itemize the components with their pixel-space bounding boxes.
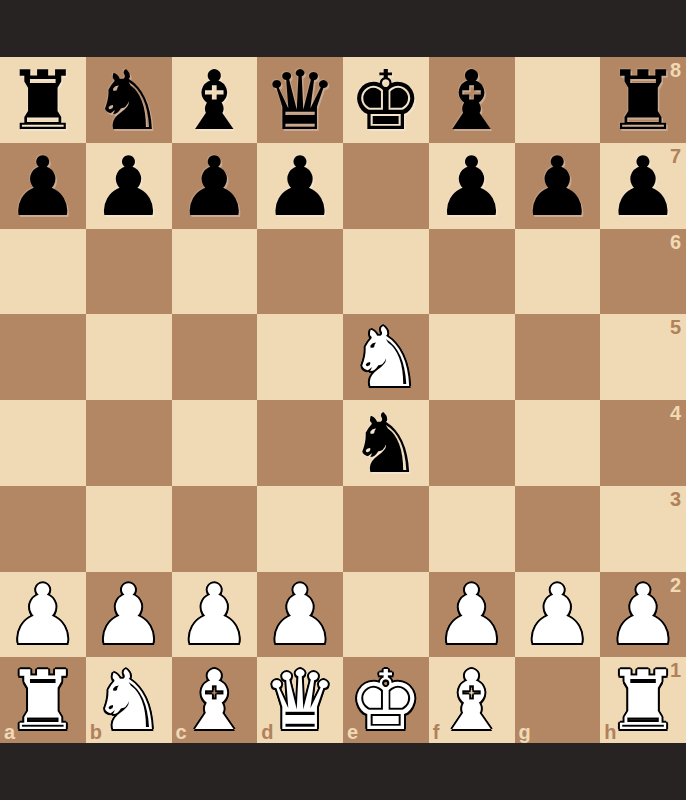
square-a6[interactable]	[0, 229, 86, 315]
square-g3[interactable]	[515, 486, 601, 572]
file-label-a: a	[4, 722, 15, 742]
square-f5[interactable]	[429, 314, 515, 400]
black-bishop-f8[interactable]: ♝	[435, 60, 509, 142]
square-f8[interactable]: ♝	[429, 57, 515, 143]
white-king-e1[interactable]: ♚	[349, 660, 423, 742]
square-a2[interactable]: ♟	[0, 572, 86, 658]
white-rook-a1[interactable]: ♜	[6, 660, 80, 742]
square-h1[interactable]: ♜1h	[600, 657, 686, 743]
white-bishop-c1[interactable]: ♝	[178, 660, 252, 742]
square-c2[interactable]: ♟	[172, 572, 258, 658]
square-e8[interactable]: ♚	[343, 57, 429, 143]
black-rook-h8[interactable]: ♜	[606, 60, 680, 142]
square-e7[interactable]	[343, 143, 429, 229]
square-d1[interactable]: ♛d	[257, 657, 343, 743]
square-c6[interactable]	[172, 229, 258, 315]
white-pawn-b2[interactable]: ♟	[92, 574, 166, 656]
square-h6[interactable]: 6	[600, 229, 686, 315]
square-d7[interactable]: ♟	[257, 143, 343, 229]
black-pawn-a7[interactable]: ♟	[6, 146, 80, 228]
square-d6[interactable]	[257, 229, 343, 315]
file-label-d: d	[261, 722, 273, 742]
square-h5[interactable]: 5	[600, 314, 686, 400]
black-king-e8[interactable]: ♚	[349, 60, 423, 142]
square-h8[interactable]: ♜8	[600, 57, 686, 143]
square-e4[interactable]: ♞	[343, 400, 429, 486]
file-label-e: e	[347, 722, 358, 742]
white-bishop-f1[interactable]: ♝	[435, 660, 509, 742]
chess-board[interactable]: ♜♞♝♛♚♝♜8♟♟♟♟♟♟♟76♞5♞43♟♟♟♟♟♟♟2♜a♞b♝c♛d♚e…	[0, 57, 686, 743]
black-pawn-g7[interactable]: ♟	[521, 146, 595, 228]
file-label-c: c	[176, 722, 187, 742]
square-g4[interactable]	[515, 400, 601, 486]
square-h7[interactable]: ♟7	[600, 143, 686, 229]
white-pawn-g2[interactable]: ♟	[521, 574, 595, 656]
square-g7[interactable]: ♟	[515, 143, 601, 229]
square-b1[interactable]: ♞b	[86, 657, 172, 743]
square-h3[interactable]: 3	[600, 486, 686, 572]
black-queen-d8[interactable]: ♛	[263, 60, 337, 142]
square-f1[interactable]: ♝f	[429, 657, 515, 743]
white-knight-b1[interactable]: ♞	[92, 660, 166, 742]
file-label-g: g	[519, 722, 531, 742]
square-b8[interactable]: ♞	[86, 57, 172, 143]
black-pawn-b7[interactable]: ♟	[92, 146, 166, 228]
square-c4[interactable]	[172, 400, 258, 486]
square-g5[interactable]	[515, 314, 601, 400]
square-c7[interactable]: ♟	[172, 143, 258, 229]
square-a7[interactable]: ♟	[0, 143, 86, 229]
file-label-f: f	[433, 722, 440, 742]
square-a3[interactable]	[0, 486, 86, 572]
square-b4[interactable]	[86, 400, 172, 486]
chess-app-window: { "game": "chess", "position": { "fen": …	[0, 0, 686, 800]
square-e5[interactable]: ♞	[343, 314, 429, 400]
square-e2[interactable]	[343, 572, 429, 658]
square-a1[interactable]: ♜a	[0, 657, 86, 743]
square-h4[interactable]: 4	[600, 400, 686, 486]
square-f2[interactable]: ♟	[429, 572, 515, 658]
square-c1[interactable]: ♝c	[172, 657, 258, 743]
square-e1[interactable]: ♚e	[343, 657, 429, 743]
square-g1[interactable]: g	[515, 657, 601, 743]
square-h2[interactable]: ♟2	[600, 572, 686, 658]
square-c8[interactable]: ♝	[172, 57, 258, 143]
square-g8[interactable]	[515, 57, 601, 143]
white-pawn-h2[interactable]: ♟	[606, 574, 680, 656]
square-b7[interactable]: ♟	[86, 143, 172, 229]
black-bishop-c8[interactable]: ♝	[178, 60, 252, 142]
rank-label-3: 3	[670, 489, 681, 509]
white-queen-d1[interactable]: ♛	[263, 660, 337, 742]
black-pawn-f7[interactable]: ♟	[435, 146, 509, 228]
square-g6[interactable]	[515, 229, 601, 315]
rank-label-7: 7	[670, 146, 681, 166]
white-pawn-a2[interactable]: ♟	[6, 574, 80, 656]
square-d4[interactable]	[257, 400, 343, 486]
square-g2[interactable]: ♟	[515, 572, 601, 658]
square-d8[interactable]: ♛	[257, 57, 343, 143]
rank-label-1: 1	[670, 660, 681, 680]
black-pawn-h7[interactable]: ♟	[606, 146, 680, 228]
white-pawn-c2[interactable]: ♟	[178, 574, 252, 656]
bottom-bar	[0, 743, 686, 800]
black-pawn-c7[interactable]: ♟	[178, 146, 252, 228]
square-f6[interactable]	[429, 229, 515, 315]
square-f3[interactable]	[429, 486, 515, 572]
black-knight-b8[interactable]: ♞	[92, 60, 166, 142]
white-knight-e5[interactable]: ♞	[349, 317, 423, 399]
square-d5[interactable]	[257, 314, 343, 400]
white-rook-h1[interactable]: ♜	[606, 660, 680, 742]
square-a5[interactable]	[0, 314, 86, 400]
rank-label-8: 8	[670, 60, 681, 80]
black-knight-e4[interactable]: ♞	[349, 403, 423, 485]
square-c3[interactable]	[172, 486, 258, 572]
white-pawn-f2[interactable]: ♟	[435, 574, 509, 656]
square-e6[interactable]	[343, 229, 429, 315]
black-pawn-d7[interactable]: ♟	[263, 146, 337, 228]
square-b5[interactable]	[86, 314, 172, 400]
square-f4[interactable]	[429, 400, 515, 486]
black-rook-a8[interactable]: ♜	[6, 60, 80, 142]
rank-label-2: 2	[670, 575, 681, 595]
square-b3[interactable]	[86, 486, 172, 572]
file-label-b: b	[90, 722, 102, 742]
square-b6[interactable]	[86, 229, 172, 315]
file-label-h: h	[604, 722, 616, 742]
rank-label-5: 5	[670, 317, 681, 337]
square-d3[interactable]	[257, 486, 343, 572]
top-bar	[0, 0, 686, 57]
square-a4[interactable]	[0, 400, 86, 486]
square-b2[interactable]: ♟	[86, 572, 172, 658]
square-e3[interactable]	[343, 486, 429, 572]
square-a8[interactable]: ♜	[0, 57, 86, 143]
rank-label-6: 6	[670, 232, 681, 252]
white-pawn-d2[interactable]: ♟	[263, 574, 337, 656]
square-c5[interactable]	[172, 314, 258, 400]
square-f7[interactable]: ♟	[429, 143, 515, 229]
square-d2[interactable]: ♟	[257, 572, 343, 658]
rank-label-4: 4	[670, 403, 681, 423]
